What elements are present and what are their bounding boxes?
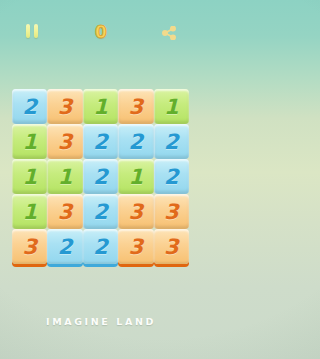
board: 2313113222112121323332233 xyxy=(12,89,189,264)
tile-r1c3[interactable]: 1 xyxy=(83,89,118,124)
tile-r5c3[interactable]: 2 xyxy=(83,229,118,264)
brand-watermark: IMAGINE LAND xyxy=(0,316,202,327)
share-button[interactable] xyxy=(162,25,176,39)
tile-r3c4[interactable]: 1 xyxy=(118,159,153,194)
tile-r5c1[interactable]: 3 xyxy=(12,229,47,264)
tile-r2c4[interactable]: 2 xyxy=(118,124,153,159)
tile-r1c4[interactable]: 3 xyxy=(118,89,153,124)
tile-r4c5[interactable]: 3 xyxy=(154,194,189,229)
share-icon xyxy=(162,26,176,40)
tile-r4c2[interactable]: 3 xyxy=(47,194,82,229)
tile-r2c5[interactable]: 2 xyxy=(154,124,189,159)
tile-r1c2[interactable]: 3 xyxy=(47,89,82,124)
top-bar: 0 xyxy=(0,0,202,52)
tile-r2c1[interactable]: 1 xyxy=(12,124,47,159)
tile-r4c3[interactable]: 2 xyxy=(83,194,118,229)
tile-r4c1[interactable]: 1 xyxy=(12,194,47,229)
tile-r5c5[interactable]: 3 xyxy=(154,229,189,264)
tile-r3c1[interactable]: 1 xyxy=(12,159,47,194)
tile-r2c2[interactable]: 3 xyxy=(47,124,82,159)
tile-r5c2[interactable]: 2 xyxy=(47,229,82,264)
tile-r5c4[interactable]: 3 xyxy=(118,229,153,264)
tile-r4c4[interactable]: 3 xyxy=(118,194,153,229)
tile-r1c5[interactable]: 1 xyxy=(154,89,189,124)
tile-r3c3[interactable]: 2 xyxy=(83,159,118,194)
tile-r3c2[interactable]: 1 xyxy=(47,159,82,194)
tile-r1c1[interactable]: 2 xyxy=(12,89,47,124)
tile-r2c3[interactable]: 2 xyxy=(83,124,118,159)
tile-r3c5[interactable]: 2 xyxy=(154,159,189,194)
